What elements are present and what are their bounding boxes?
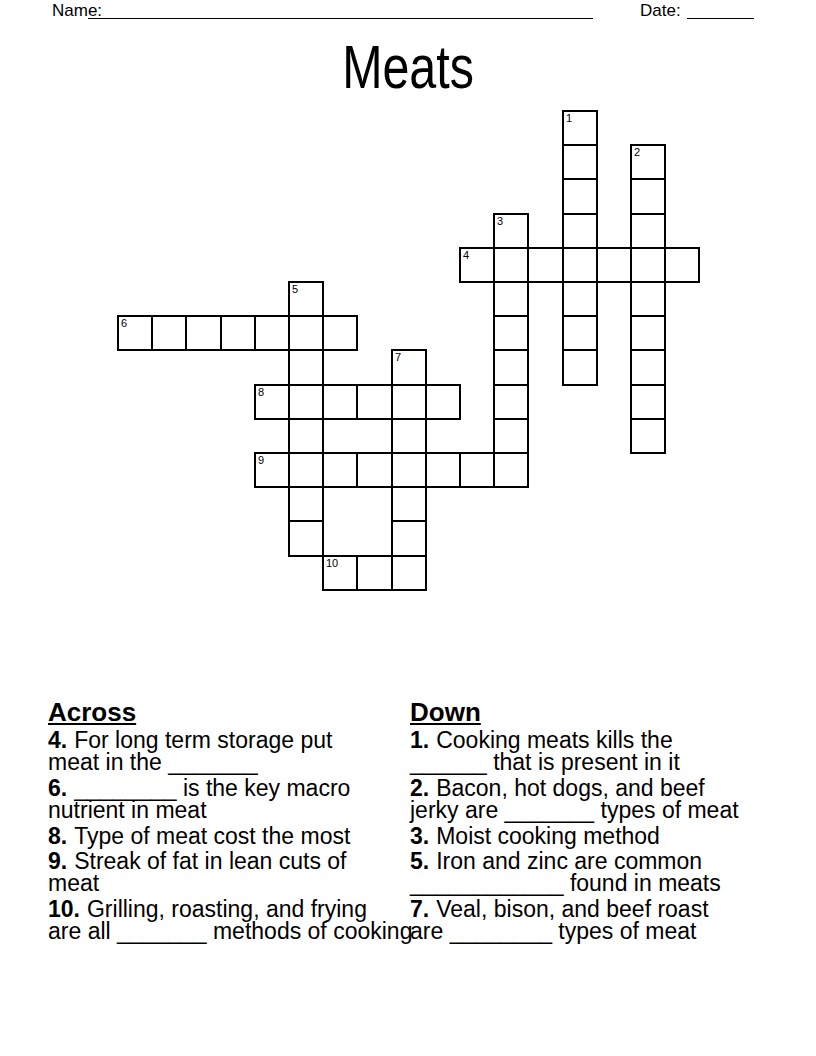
clue-text-down-2: Bacon, hot dogs, and beef jerky are ____… <box>410 775 739 823</box>
name-blank-line <box>88 0 593 19</box>
grid-cell[interactable] <box>288 486 324 522</box>
clue-text-across-9: Streak of fat in lean cuts of meat <box>48 848 347 896</box>
grid-cell[interactable]: 4 <box>459 247 495 283</box>
clue-across-6: 6.________ is the key macro nutrient in … <box>48 777 426 822</box>
cell-number: 9 <box>258 454 264 466</box>
grid-cell[interactable] <box>630 384 666 420</box>
grid-cell[interactable]: 7 <box>391 349 427 386</box>
grid-cell[interactable] <box>493 349 529 386</box>
grid-cell[interactable] <box>322 315 358 351</box>
cell-number: 3 <box>497 215 503 227</box>
clue-across-8: 8.Type of meat cost the most <box>48 825 426 847</box>
grid-cell[interactable] <box>391 418 427 454</box>
grid-cell[interactable]: 2 <box>630 144 666 180</box>
grid-cell[interactable] <box>493 247 529 283</box>
grid-cell[interactable]: 10 <box>322 555 358 591</box>
crossword-grid: 12345678910 <box>117 110 701 592</box>
grid-cell[interactable] <box>562 213 598 249</box>
grid-cell[interactable] <box>562 144 598 180</box>
clue-text-across-4: For long term storage put meat in the __… <box>48 727 332 775</box>
grid-cell[interactable] <box>562 349 598 386</box>
grid-cell[interactable] <box>630 315 666 351</box>
clue-across-10: 10.Grilling, roasting, and frying are al… <box>48 898 426 943</box>
grid-cell[interactable] <box>425 384 461 420</box>
grid-cell[interactable] <box>630 178 666 215</box>
grid-cell[interactable] <box>664 247 700 283</box>
grid-cell[interactable] <box>562 281 598 317</box>
clue-number-down-3: 3. <box>410 823 429 849</box>
clue-down-2: 2.Bacon, hot dogs, and beef jerky are __… <box>410 777 810 822</box>
clue-down-7: 7.Veal, bison, and beef roast are ______… <box>410 898 810 943</box>
grid-cell[interactable]: 3 <box>493 213 529 249</box>
cell-number: 5 <box>292 283 298 295</box>
cell-number: 10 <box>326 557 338 569</box>
across-clues-section: Across 4.For long term storage put meat … <box>48 699 426 946</box>
clue-down-1: 1.Cooking meats kills the ______ that is… <box>410 729 810 774</box>
grid-cell[interactable] <box>630 213 666 249</box>
worksheet-page: { "game": "crossword", "title": "Meats",… <box>0 0 816 1056</box>
grid-cell[interactable]: 1 <box>562 110 598 146</box>
grid-cell[interactable] <box>459 452 495 488</box>
down-heading: Down <box>410 699 810 725</box>
grid-cell[interactable] <box>151 315 187 351</box>
grid-cell[interactable]: 8 <box>254 384 290 420</box>
grid-cell[interactable] <box>425 452 461 488</box>
grid-cell[interactable] <box>322 452 358 488</box>
grid-cell[interactable]: 5 <box>288 281 324 317</box>
clue-text-across-6: ________ is the key macro nutrient in me… <box>48 775 350 823</box>
grid-cell[interactable] <box>391 384 427 420</box>
cell-number: 1 <box>566 112 572 124</box>
clue-text-across-8: Type of meat cost the most <box>74 823 350 849</box>
clue-text-down-5: Iron and zinc are common ____________ fo… <box>410 848 721 896</box>
grid-cell[interactable] <box>391 486 427 522</box>
cell-number: 8 <box>258 386 264 398</box>
date-blank-line <box>687 0 754 19</box>
clue-text-down-1: Cooking meats kills the ______ that is p… <box>410 727 680 775</box>
grid-cell[interactable] <box>356 384 393 420</box>
clue-down-5: 5.Iron and zinc are common ____________ … <box>410 850 810 895</box>
grid-cell[interactable] <box>493 418 529 454</box>
grid-cell[interactable] <box>493 452 529 488</box>
grid-cell[interactable] <box>596 247 632 283</box>
grid-cell[interactable] <box>630 349 666 386</box>
clue-text-across-10: Grilling, roasting, and frying are all _… <box>48 896 412 944</box>
grid-cell[interactable] <box>288 418 324 454</box>
grid-cell[interactable] <box>391 452 427 488</box>
clue-number-across-8: 8. <box>48 823 67 849</box>
grid-cell[interactable]: 6 <box>117 315 153 351</box>
grid-cell[interactable] <box>493 384 529 420</box>
grid-cell[interactable] <box>288 452 324 488</box>
cell-number: 7 <box>395 351 401 363</box>
grid-cell[interactable] <box>391 520 427 557</box>
grid-cell[interactable] <box>185 315 222 351</box>
grid-cell[interactable] <box>493 315 529 351</box>
grid-cell[interactable] <box>493 281 529 317</box>
clue-text-down-3: Moist cooking method <box>436 823 660 849</box>
grid-cell[interactable] <box>288 315 324 351</box>
across-heading: Across <box>48 699 426 725</box>
cell-number: 2 <box>634 146 640 158</box>
grid-cell[interactable]: 9 <box>254 452 290 488</box>
grid-cell[interactable] <box>630 418 666 454</box>
grid-cell[interactable] <box>288 349 324 386</box>
grid-cell[interactable] <box>562 315 598 351</box>
clue-across-9: 9.Streak of fat in lean cuts of meat <box>48 850 426 895</box>
grid-cell[interactable] <box>288 384 324 420</box>
grid-cell[interactable] <box>356 555 393 591</box>
grid-cell[interactable] <box>322 384 358 420</box>
grid-cell[interactable] <box>254 315 290 351</box>
clue-across-4: 4.For long term storage put meat in the … <box>48 729 426 774</box>
grid-cell[interactable] <box>562 247 598 283</box>
grid-cell[interactable] <box>288 520 324 557</box>
grid-cell[interactable] <box>630 247 666 283</box>
clue-text-down-7: Veal, bison, and beef roast are ________… <box>410 896 709 944</box>
puzzle-title: Meats <box>90 36 726 98</box>
date-label: Date: <box>640 1 681 21</box>
cell-number: 6 <box>121 317 127 329</box>
cell-number: 4 <box>463 249 469 261</box>
grid-cell[interactable] <box>630 281 666 317</box>
grid-cell[interactable] <box>220 315 256 351</box>
grid-cell[interactable] <box>356 452 393 488</box>
grid-cell[interactable] <box>391 555 427 591</box>
grid-cell[interactable] <box>527 247 564 283</box>
grid-cell[interactable] <box>562 178 598 215</box>
clue-down-3: 3.Moist cooking method <box>410 825 810 847</box>
down-clues-section: Down 1.Cooking meats kills the ______ th… <box>410 699 810 946</box>
